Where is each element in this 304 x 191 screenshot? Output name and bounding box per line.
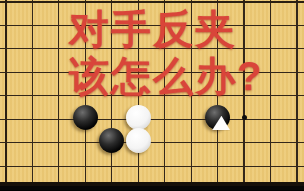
go-board[interactable]: 对手反夹 该怎么办?: [0, 0, 304, 185]
grid-hline: [0, 1, 304, 3]
letterbox-bar: [0, 186, 304, 191]
grid-vline: [270, 0, 271, 184]
grid-vline: [296, 0, 297, 184]
caption-line-1: 对手反夹: [69, 9, 237, 49]
white-stone[interactable]: [126, 128, 151, 153]
black-stone[interactable]: [205, 105, 230, 130]
grid-vline: [5, 0, 7, 184]
grid-vline: [32, 0, 33, 184]
video-frame: 对手反夹 该怎么办?: [0, 0, 304, 190]
caption-line-2: 该怎么办?: [69, 56, 263, 96]
grid-hline: [0, 166, 304, 167]
grid-hline: [0, 142, 304, 143]
grid-hline: [0, 119, 304, 120]
dot-marker: [242, 115, 247, 120]
triangle-marker-icon: [212, 116, 230, 131]
white-stone[interactable]: [126, 105, 151, 130]
black-stone[interactable]: [99, 128, 124, 153]
black-stone[interactable]: [73, 105, 98, 130]
grid-vline: [58, 0, 59, 184]
